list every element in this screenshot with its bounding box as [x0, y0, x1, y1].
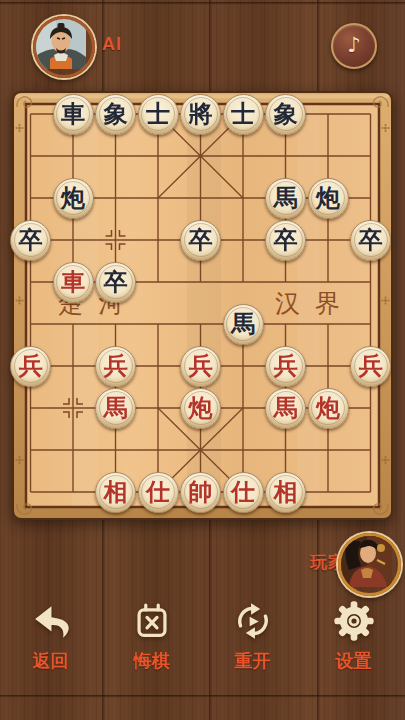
restart-button-label: 重开 — [235, 649, 271, 673]
piece-black-將-f4r0[interactable]: 將 — [180, 94, 221, 135]
piece-black-馬-f5r5[interactable]: 馬 — [223, 304, 264, 345]
undo-button-label: 悔棋 — [134, 649, 170, 673]
piece-red-炮-f7r7[interactable]: 炮 — [308, 388, 349, 429]
piece-black-炮-f1r2[interactable]: 炮 — [53, 178, 94, 219]
piece-red-兵-f8r6[interactable]: 兵 — [350, 346, 391, 387]
piece-black-馬-f6r2[interactable]: 馬 — [265, 178, 306, 219]
piece-red-兵-f0r6[interactable]: 兵 — [10, 346, 51, 387]
piece-black-卒-f2r4[interactable]: 卒 — [95, 262, 136, 303]
sound-button[interactable]: ♪ — [331, 23, 377, 69]
piece-red-馬-f6r7[interactable]: 馬 — [265, 388, 306, 429]
piece-red-相-f6r9[interactable]: 相 — [265, 472, 306, 513]
back-button[interactable]: 返回 — [0, 598, 101, 673]
music-note-icon: ♪ — [347, 35, 360, 56]
piece-black-車-f1r0[interactable]: 車 — [53, 94, 94, 135]
ai-avatar-image — [36, 19, 86, 69]
piece-red-相-f2r9[interactable]: 相 — [95, 472, 136, 513]
box-x-icon — [129, 598, 175, 644]
gear-icon — [331, 598, 377, 644]
restart-button[interactable]: 重开 — [202, 598, 303, 673]
back-button-label: 返回 — [33, 649, 69, 673]
piece-red-車-f1r4[interactable]: 車 — [53, 262, 94, 303]
settings-button-label: 设置 — [336, 649, 372, 673]
piece-black-卒-f0r3[interactable]: 卒 — [10, 220, 51, 261]
piece-red-帥-f4r9[interactable]: 帥 — [180, 472, 221, 513]
piece-black-士-f3r0[interactable]: 士 — [138, 94, 179, 135]
undo-button[interactable]: 悔棋 — [101, 598, 202, 673]
game-screen: AI ♪ 楚河汉界 車象士將士象炮馬炮卒卒卒卒卒馬車兵兵兵兵兵馬炮馬炮相仕帥仕相… — [0, 0, 405, 720]
piece-black-象-f2r0[interactable]: 象 — [95, 94, 136, 135]
piece-red-仕-f5r9[interactable]: 仕 — [223, 472, 264, 513]
piece-red-炮-f4r7[interactable]: 炮 — [180, 388, 221, 429]
piece-red-兵-f2r6[interactable]: 兵 — [95, 346, 136, 387]
wood-seam — [0, 2, 405, 5]
piece-black-卒-f8r3[interactable]: 卒 — [350, 220, 391, 261]
pieces-layer: 車象士將士象炮馬炮卒卒卒卒卒馬車兵兵兵兵兵馬炮馬炮相仕帥仕相 — [12, 91, 393, 520]
piece-black-士-f5r0[interactable]: 士 — [223, 94, 264, 135]
wood-seam — [0, 695, 405, 698]
settings-button[interactable]: 设置 — [303, 598, 404, 673]
player-avatar — [338, 533, 401, 596]
back-arrow-icon — [28, 598, 74, 644]
refresh-play-icon — [230, 598, 276, 644]
piece-black-炮-f7r2[interactable]: 炮 — [308, 178, 349, 219]
piece-red-馬-f2r7[interactable]: 馬 — [95, 388, 136, 429]
piece-black-象-f6r0[interactable]: 象 — [265, 94, 306, 135]
piece-black-卒-f6r3[interactable]: 卒 — [265, 220, 306, 261]
piece-red-兵-f6r6[interactable]: 兵 — [265, 346, 306, 387]
board[interactable]: 楚河汉界 車象士將士象炮馬炮卒卒卒卒卒馬車兵兵兵兵兵馬炮馬炮相仕帥仕相 — [12, 91, 393, 520]
toolbar: 返回 悔棋 重开 — [0, 598, 405, 673]
piece-black-卒-f4r3[interactable]: 卒 — [180, 220, 221, 261]
player-avatar-image — [341, 536, 392, 587]
ai-avatar — [33, 16, 95, 78]
piece-red-仕-f3r9[interactable]: 仕 — [138, 472, 179, 513]
piece-red-兵-f4r6[interactable]: 兵 — [180, 346, 221, 387]
ai-player-name: AI — [102, 34, 122, 55]
